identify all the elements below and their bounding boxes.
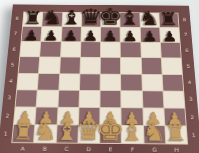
square-e6[interactable] bbox=[101, 42, 120, 57]
square-h3[interactable] bbox=[163, 91, 184, 107]
square-b8[interactable]: ♞ bbox=[42, 12, 61, 26]
square-f1[interactable]: ♝ bbox=[122, 126, 143, 144]
piece-black-pawn[interactable]: ♟ bbox=[43, 29, 59, 43]
piece-black-pawn[interactable]: ♟ bbox=[103, 29, 118, 43]
square-f3[interactable] bbox=[121, 91, 141, 107]
piece-white-knight[interactable]: ♞ bbox=[142, 121, 167, 144]
square-b7[interactable]: ♟ bbox=[41, 27, 61, 41]
piece-black-pawn[interactable]: ♟ bbox=[23, 28, 39, 42]
piece-black-bishop[interactable]: ♝ bbox=[119, 9, 141, 28]
square-c5[interactable] bbox=[60, 58, 80, 73]
square-f6[interactable] bbox=[121, 43, 140, 58]
rank-label-right-8: 8 bbox=[178, 13, 191, 28]
piece-white-rook[interactable]: ♜ bbox=[12, 122, 35, 143]
square-g1[interactable]: ♞ bbox=[143, 126, 165, 144]
square-d6[interactable] bbox=[81, 42, 100, 57]
square-c6[interactable] bbox=[61, 42, 81, 57]
square-g5[interactable] bbox=[141, 58, 161, 73]
piece-black-pawn[interactable]: ♟ bbox=[63, 29, 79, 43]
square-g4[interactable] bbox=[142, 74, 162, 90]
piece-white-bishop[interactable]: ♝ bbox=[120, 121, 144, 144]
piece-black-pawn[interactable]: ♟ bbox=[83, 29, 98, 43]
square-e4[interactable] bbox=[101, 74, 121, 90]
square-a1[interactable]: ♜ bbox=[12, 125, 34, 143]
square-f5[interactable] bbox=[121, 58, 141, 73]
square-b4[interactable] bbox=[38, 74, 59, 90]
rank-label-right-3: 3 bbox=[184, 91, 198, 108]
square-c4[interactable] bbox=[59, 74, 79, 90]
square-c3[interactable] bbox=[58, 90, 79, 106]
square-d7[interactable]: ♟ bbox=[81, 27, 100, 41]
square-f7[interactable]: ♟ bbox=[121, 28, 140, 42]
piece-black-pawn[interactable]: ♟ bbox=[142, 29, 158, 43]
piece-black-rook[interactable]: ♜ bbox=[159, 11, 179, 28]
square-e5[interactable] bbox=[101, 58, 121, 73]
square-a6[interactable] bbox=[20, 42, 40, 57]
board-grid: ♜♞♝♛♚♝♞♜♟♟♟♟♟♟♟♟♟♟♟♟♟♟♟♟♜♞♝♛♚♝♞♜ bbox=[11, 12, 188, 145]
piece-black-knight[interactable]: ♞ bbox=[138, 9, 160, 28]
square-a3[interactable] bbox=[16, 90, 37, 106]
square-h8[interactable]: ♜ bbox=[159, 13, 178, 27]
square-e8[interactable]: ♚ bbox=[101, 13, 120, 27]
rank-label-right-5: 5 bbox=[182, 58, 195, 74]
rank-label-right-2: 2 bbox=[185, 108, 199, 126]
piece-black-pawn[interactable]: ♟ bbox=[162, 29, 178, 43]
piece-black-rook[interactable]: ♜ bbox=[23, 10, 43, 27]
square-b3[interactable] bbox=[37, 90, 58, 106]
square-h4[interactable] bbox=[162, 75, 183, 91]
square-a4[interactable] bbox=[17, 73, 38, 89]
rank-label-right-4: 4 bbox=[183, 74, 196, 91]
square-b6[interactable] bbox=[40, 42, 60, 57]
square-h6[interactable] bbox=[161, 43, 181, 58]
square-f8[interactable]: ♝ bbox=[121, 13, 140, 27]
square-e1[interactable]: ♚ bbox=[100, 125, 121, 143]
square-c7[interactable]: ♟ bbox=[61, 27, 80, 41]
square-f4[interactable] bbox=[121, 74, 141, 90]
square-a7[interactable]: ♟ bbox=[22, 27, 42, 41]
square-b5[interactable] bbox=[39, 58, 59, 73]
square-h7[interactable]: ♟ bbox=[160, 28, 180, 42]
square-h1[interactable]: ♜ bbox=[165, 126, 187, 144]
square-g8[interactable]: ♞ bbox=[140, 13, 159, 27]
square-e7[interactable]: ♟ bbox=[101, 27, 120, 41]
square-g3[interactable] bbox=[142, 91, 163, 107]
square-a8[interactable]: ♜ bbox=[23, 12, 43, 26]
square-g7[interactable]: ♟ bbox=[140, 28, 159, 42]
piece-black-pawn[interactable]: ♟ bbox=[123, 29, 138, 43]
chess-board: 87654321 ♜♞♝♛♚♝♞♜♟♟♟♟♟♟♟♟♟♟♟♟♟♟♟♟♜♞♝♛♚♝♞… bbox=[0, 4, 199, 153]
square-d4[interactable] bbox=[80, 74, 100, 90]
rank-label-right-7: 7 bbox=[179, 27, 192, 42]
square-d3[interactable] bbox=[79, 90, 99, 106]
rank-label-right-1: 1 bbox=[187, 126, 199, 145]
square-h5[interactable] bbox=[162, 58, 182, 73]
chessboard-photo: 87654321 ♜♞♝♛♚♝♞♜♟♟♟♟♟♟♟♟♟♟♟♟♟♟♟♟♜♞♝♛♚♝♞… bbox=[0, 0, 199, 153]
square-b1[interactable]: ♞ bbox=[34, 125, 56, 143]
piece-white-rook[interactable]: ♜ bbox=[165, 124, 187, 145]
square-d5[interactable] bbox=[80, 58, 100, 73]
square-a5[interactable] bbox=[19, 57, 40, 72]
rank-label-right-6: 6 bbox=[181, 42, 194, 58]
square-e3[interactable] bbox=[100, 91, 120, 107]
square-g6[interactable] bbox=[141, 43, 161, 58]
